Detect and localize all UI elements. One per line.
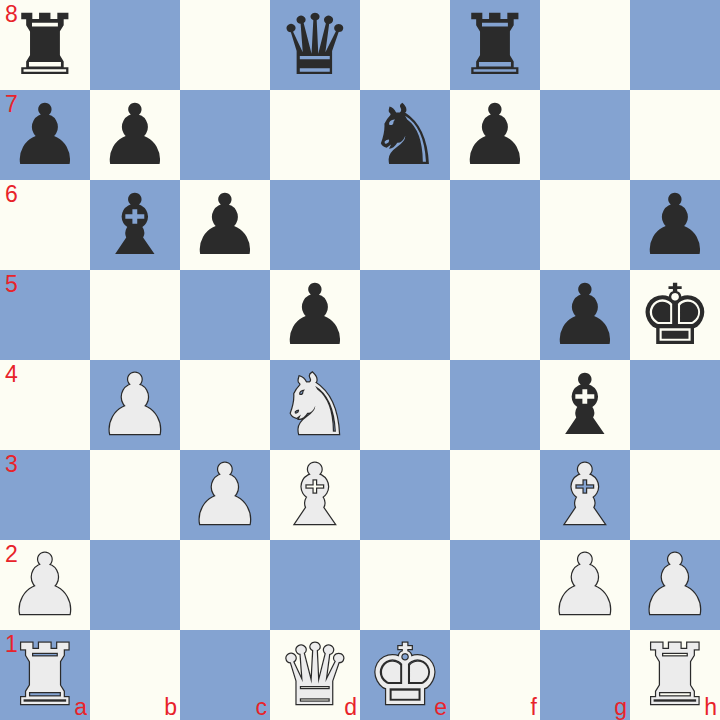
rank-label-5: 5 [5, 273, 18, 296]
file-label-f: f [531, 696, 537, 719]
square-g8[interactable] [540, 0, 630, 90]
piece-white-pawn-b4[interactable]: ♟ [90, 360, 180, 450]
square-c1[interactable]: c [180, 630, 270, 720]
square-c8[interactable] [180, 0, 270, 90]
square-e4[interactable] [360, 360, 450, 450]
square-c7[interactable] [180, 90, 270, 180]
piece-white-rook-a1[interactable]: ♜ [0, 630, 90, 720]
chess-board: 8♜♛♜7♟♟♞♟6♝♟♟5♟♟♚4♟♞♝3♟♝♝2♟♟♟1a♜bcd♛e♚fg… [0, 0, 720, 720]
square-d4[interactable]: ♞ [270, 360, 360, 450]
piece-black-pawn-d5[interactable]: ♟ [270, 270, 360, 360]
square-e1[interactable]: e♚ [360, 630, 450, 720]
square-d6[interactable] [270, 180, 360, 270]
square-g7[interactable] [540, 90, 630, 180]
piece-black-knight-e7[interactable]: ♞ [360, 90, 450, 180]
square-d5[interactable]: ♟ [270, 270, 360, 360]
piece-white-pawn-c3[interactable]: ♟ [180, 450, 270, 540]
square-b8[interactable] [90, 0, 180, 90]
square-c2[interactable] [180, 540, 270, 630]
piece-black-pawn-a7[interactable]: ♟ [0, 90, 90, 180]
piece-black-pawn-g5[interactable]: ♟ [540, 270, 630, 360]
file-label-c: c [256, 696, 268, 719]
square-e8[interactable] [360, 0, 450, 90]
square-g2[interactable]: ♟ [540, 540, 630, 630]
piece-black-bishop-b6[interactable]: ♝ [90, 180, 180, 270]
square-e3[interactable] [360, 450, 450, 540]
square-d1[interactable]: d♛ [270, 630, 360, 720]
square-c6[interactable]: ♟ [180, 180, 270, 270]
square-a5[interactable]: 5 [0, 270, 90, 360]
piece-black-pawn-b7[interactable]: ♟ [90, 90, 180, 180]
square-c3[interactable]: ♟ [180, 450, 270, 540]
square-a4[interactable]: 4 [0, 360, 90, 450]
square-b1[interactable]: b [90, 630, 180, 720]
square-f4[interactable] [450, 360, 540, 450]
square-b3[interactable] [90, 450, 180, 540]
square-a7[interactable]: 7♟ [0, 90, 90, 180]
piece-black-pawn-c6[interactable]: ♟ [180, 180, 270, 270]
square-h6[interactable]: ♟ [630, 180, 720, 270]
square-h2[interactable]: ♟ [630, 540, 720, 630]
square-h5[interactable]: ♚ [630, 270, 720, 360]
piece-white-pawn-h2[interactable]: ♟ [630, 540, 720, 630]
square-f8[interactable]: ♜ [450, 0, 540, 90]
square-e5[interactable] [360, 270, 450, 360]
square-a2[interactable]: 2♟ [0, 540, 90, 630]
square-f7[interactable]: ♟ [450, 90, 540, 180]
square-c4[interactable] [180, 360, 270, 450]
square-h7[interactable] [630, 90, 720, 180]
square-f2[interactable] [450, 540, 540, 630]
square-h4[interactable] [630, 360, 720, 450]
square-h8[interactable] [630, 0, 720, 90]
square-f6[interactable] [450, 180, 540, 270]
square-a8[interactable]: 8♜ [0, 0, 90, 90]
piece-black-queen-d8[interactable]: ♛ [270, 0, 360, 90]
piece-black-pawn-f7[interactable]: ♟ [450, 90, 540, 180]
square-e7[interactable]: ♞ [360, 90, 450, 180]
square-h3[interactable] [630, 450, 720, 540]
square-a1[interactable]: 1a♜ [0, 630, 90, 720]
square-d2[interactable] [270, 540, 360, 630]
square-d7[interactable] [270, 90, 360, 180]
piece-white-pawn-g2[interactable]: ♟ [540, 540, 630, 630]
rank-label-4: 4 [5, 363, 18, 386]
piece-white-pawn-a2[interactable]: ♟ [0, 540, 90, 630]
square-g5[interactable]: ♟ [540, 270, 630, 360]
square-b7[interactable]: ♟ [90, 90, 180, 180]
square-c5[interactable] [180, 270, 270, 360]
square-d8[interactable]: ♛ [270, 0, 360, 90]
rank-label-6: 6 [5, 183, 18, 206]
square-a6[interactable]: 6 [0, 180, 90, 270]
square-g6[interactable] [540, 180, 630, 270]
piece-white-king-e1[interactable]: ♚ [360, 630, 450, 720]
square-d3[interactable]: ♝ [270, 450, 360, 540]
square-b4[interactable]: ♟ [90, 360, 180, 450]
piece-black-rook-a8[interactable]: ♜ [0, 0, 90, 90]
square-f5[interactable] [450, 270, 540, 360]
square-b5[interactable] [90, 270, 180, 360]
rank-label-3: 3 [5, 453, 18, 476]
square-b6[interactable]: ♝ [90, 180, 180, 270]
square-f3[interactable] [450, 450, 540, 540]
piece-black-pawn-h6[interactable]: ♟ [630, 180, 720, 270]
piece-white-bishop-d3[interactable]: ♝ [270, 450, 360, 540]
square-g1[interactable]: g [540, 630, 630, 720]
square-e2[interactable] [360, 540, 450, 630]
file-label-b: b [164, 696, 177, 719]
square-h1[interactable]: h♜ [630, 630, 720, 720]
square-e6[interactable] [360, 180, 450, 270]
piece-white-bishop-g3[interactable]: ♝ [540, 450, 630, 540]
piece-white-queen-d1[interactable]: ♛ [270, 630, 360, 720]
piece-black-rook-f8[interactable]: ♜ [450, 0, 540, 90]
piece-white-rook-h1[interactable]: ♜ [630, 630, 720, 720]
square-b2[interactable] [90, 540, 180, 630]
piece-white-knight-d4[interactable]: ♞ [270, 360, 360, 450]
square-a3[interactable]: 3 [0, 450, 90, 540]
square-f1[interactable]: f [450, 630, 540, 720]
square-g3[interactable]: ♝ [540, 450, 630, 540]
piece-black-bishop-g4[interactable]: ♝ [540, 360, 630, 450]
square-g4[interactable]: ♝ [540, 360, 630, 450]
file-label-g: g [614, 696, 627, 719]
piece-black-king-h5[interactable]: ♚ [630, 270, 720, 360]
